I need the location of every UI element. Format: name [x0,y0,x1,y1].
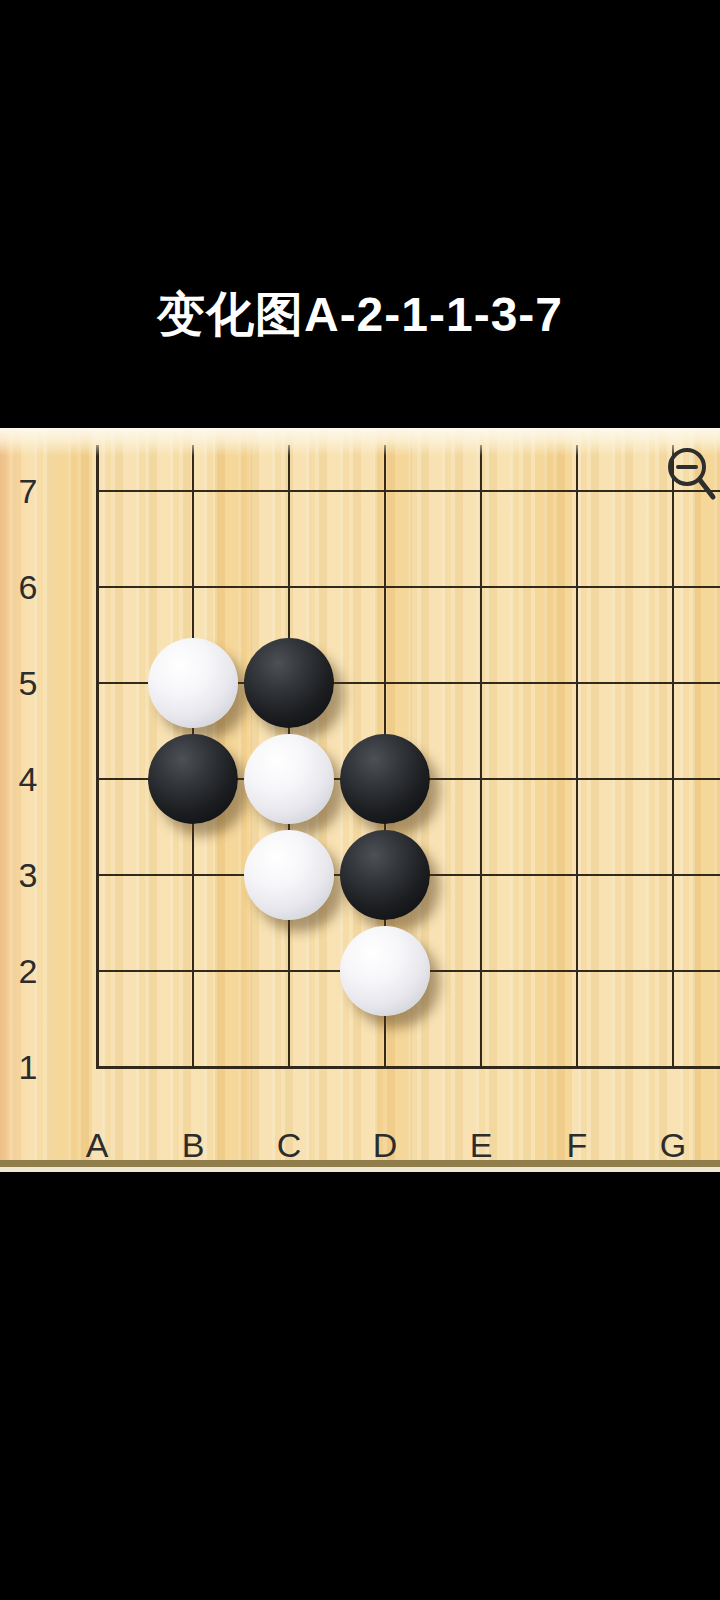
board-top-edge-highlight [0,428,720,456]
grid-line-horizontal-6 [96,586,720,588]
grid-line-vertical-G [672,445,674,1069]
grid-line-vertical-A [96,445,99,1069]
col-label-A: A [77,1127,117,1163]
col-label-D: D [365,1127,405,1163]
row-label-1: 1 [8,1049,48,1085]
row-label-6: 6 [8,569,48,605]
board-bottom-edge-light [0,1167,720,1172]
grid-line-vertical-E [480,445,482,1069]
zoom-out-icon[interactable] [656,438,720,506]
row-label-5: 5 [8,665,48,701]
variation-title: 变化图A-2-1-1-3-7 [0,284,720,346]
stone-white-D2 [340,926,430,1016]
stone-white-C4 [244,734,334,824]
row-label-2: 2 [8,953,48,989]
grid-line-horizontal-7 [96,490,720,492]
stone-black-C5 [244,638,334,728]
go-board[interactable]: 7654321 ABCDEFG [0,428,720,1172]
col-label-F: F [557,1127,597,1163]
stone-white-C3 [244,830,334,920]
grid-line-horizontal-1 [96,1066,720,1069]
row-label-4: 4 [8,761,48,797]
stone-white-B5 [148,638,238,728]
row-label-7: 7 [8,473,48,509]
col-label-B: B [173,1127,213,1163]
stone-black-D4 [340,734,430,824]
col-label-C: C [269,1127,309,1163]
grid-line-vertical-F [576,445,578,1069]
col-label-E: E [461,1127,501,1163]
stone-black-B4 [148,734,238,824]
stone-black-D3 [340,830,430,920]
col-label-G: G [653,1127,693,1163]
row-label-3: 3 [8,857,48,893]
